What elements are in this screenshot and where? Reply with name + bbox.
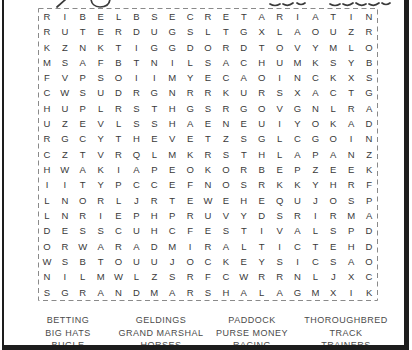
grid-cell[interactable]: G <box>289 101 307 116</box>
grid-cell[interactable]: K <box>181 147 199 162</box>
grid-cell[interactable]: I <box>181 239 199 254</box>
grid-cell[interactable]: K <box>289 177 307 192</box>
grid-cell[interactable]: H <box>145 208 163 223</box>
grid-cell[interactable]: I <box>306 208 324 223</box>
grid-cell[interactable]: I <box>289 254 307 269</box>
grid-cell[interactable]: D <box>181 40 199 55</box>
grid-cell[interactable]: U <box>271 55 289 70</box>
grid-cell[interactable]: B <box>360 55 378 70</box>
grid-cell[interactable]: F <box>38 70 56 85</box>
grid-cell[interactable]: U <box>199 208 217 223</box>
grid-cell[interactable]: O <box>360 40 378 55</box>
grid-cell[interactable]: R <box>253 86 271 101</box>
grid-cell[interactable]: H <box>324 177 342 192</box>
grid-cell[interactable]: L <box>342 40 360 55</box>
grid-cell[interactable]: G <box>56 132 74 147</box>
grid-cell[interactable]: G <box>181 101 199 116</box>
grid-cell[interactable]: G <box>253 132 271 147</box>
grid-cell[interactable]: E <box>163 177 181 192</box>
grid-cell[interactable]: C <box>306 254 324 269</box>
grid-cell[interactable]: H <box>145 223 163 238</box>
grid-cell[interactable]: T <box>74 147 92 162</box>
grid-cell[interactable]: E <box>217 193 235 208</box>
grid-cell[interactable]: B <box>127 9 145 24</box>
grid-cell[interactable]: N <box>360 9 378 24</box>
grid-cell[interactable]: E <box>56 223 74 238</box>
grid-cell[interactable]: H <box>38 162 56 177</box>
grid-cell[interactable]: U <box>127 254 145 269</box>
grid-cell[interactable]: A <box>306 86 324 101</box>
grid-cell[interactable]: T <box>127 55 145 70</box>
grid-cell[interactable]: E <box>74 116 92 131</box>
grid-cell[interactable]: R <box>199 86 217 101</box>
grid-cell[interactable]: R <box>38 24 56 39</box>
grid-cell[interactable]: C <box>217 269 235 284</box>
grid-cell[interactable]: N <box>38 269 56 284</box>
grid-cell[interactable]: A <box>217 55 235 70</box>
grid-cell[interactable]: P <box>74 101 92 116</box>
grid-cell[interactable]: L <box>306 269 324 284</box>
grid-cell[interactable]: R <box>289 208 307 223</box>
grid-cell[interactable]: I <box>145 70 163 85</box>
grid-cell[interactable]: C <box>163 223 181 238</box>
grid-cell[interactable]: A <box>360 208 378 223</box>
grid-cell[interactable]: V <box>289 40 307 55</box>
grid-cell[interactable]: L <box>271 147 289 162</box>
grid-cell[interactable]: D <box>110 86 128 101</box>
grid-cell[interactable]: R <box>235 162 253 177</box>
grid-cell[interactable]: R <box>342 101 360 116</box>
grid-cell[interactable]: C <box>306 70 324 85</box>
grid-cell[interactable]: H <box>253 55 271 70</box>
grid-cell[interactable]: L <box>110 9 128 24</box>
grid-cell[interactable]: G <box>163 24 181 39</box>
grid-cell[interactable]: Y <box>253 254 271 269</box>
grid-cell[interactable]: B <box>110 55 128 70</box>
grid-cell[interactable]: D <box>360 239 378 254</box>
grid-cell[interactable]: O <box>110 254 128 269</box>
grid-cell[interactable]: E <box>253 193 271 208</box>
grid-cell[interactable]: N <box>56 208 74 223</box>
grid-cell[interactable]: N <box>74 40 92 55</box>
grid-cell[interactable]: C <box>127 177 145 192</box>
grid-cell[interactable]: S <box>74 223 92 238</box>
grid-cell[interactable]: N <box>360 132 378 147</box>
grid-cell[interactable]: C <box>235 55 253 70</box>
grid-cell[interactable]: U <box>235 86 253 101</box>
grid-cell[interactable]: Z <box>56 40 74 55</box>
grid-cell[interactable]: C <box>181 9 199 24</box>
grid-cell[interactable]: K <box>360 285 378 300</box>
grid-cell[interactable]: O <box>271 40 289 55</box>
grid-cell[interactable]: D <box>235 40 253 55</box>
grid-cell[interactable]: I <box>289 9 307 24</box>
grid-cell[interactable]: U <box>56 24 74 39</box>
grid-cell[interactable]: D <box>38 223 56 238</box>
grid-cell[interactable]: L <box>271 24 289 39</box>
grid-cell[interactable]: I <box>342 285 360 300</box>
grid-cell[interactable]: C <box>38 147 56 162</box>
grid-cell[interactable]: T <box>235 9 253 24</box>
grid-cell[interactable]: Z <box>342 24 360 39</box>
grid-cell[interactable]: S <box>163 269 181 284</box>
grid-cell[interactable]: Y <box>235 208 253 223</box>
grid-cell[interactable]: D <box>360 223 378 238</box>
grid-cell[interactable]: A <box>289 24 307 39</box>
grid-cell[interactable]: M <box>342 208 360 223</box>
grid-cell[interactable]: S <box>56 55 74 70</box>
grid-cell[interactable]: R <box>74 208 92 223</box>
grid-cell[interactable]: W <box>235 269 253 284</box>
grid-cell[interactable]: A <box>289 223 307 238</box>
grid-cell[interactable]: E <box>342 162 360 177</box>
grid-cell[interactable]: T <box>253 239 271 254</box>
grid-cell[interactable]: W <box>110 269 128 284</box>
grid-cell[interactable]: P <box>289 162 307 177</box>
grid-cell[interactable]: H <box>163 116 181 131</box>
grid-cell[interactable]: R <box>199 147 217 162</box>
grid-cell[interactable]: X <box>324 285 342 300</box>
grid-cell[interactable]: G <box>306 132 324 147</box>
grid-cell[interactable]: L <box>253 285 271 300</box>
grid-cell[interactable]: E <box>163 162 181 177</box>
grid-cell[interactable]: T <box>92 254 110 269</box>
grid-cell[interactable]: E <box>92 24 110 39</box>
grid-cell[interactable]: R <box>342 177 360 192</box>
grid-cell[interactable]: B <box>253 162 271 177</box>
grid-cell[interactable]: A <box>342 116 360 131</box>
grid-cell[interactable]: K <box>92 162 110 177</box>
grid-cell[interactable]: B <box>74 254 92 269</box>
grid-cell[interactable]: O <box>110 70 128 85</box>
grid-cell[interactable]: C <box>289 239 307 254</box>
grid-cell[interactable]: A <box>92 239 110 254</box>
grid-cell[interactable]: O <box>217 177 235 192</box>
grid-cell[interactable]: V <box>56 70 74 85</box>
grid-cell[interactable]: R <box>110 147 128 162</box>
grid-cell[interactable]: C <box>360 269 378 284</box>
grid-cell[interactable]: D <box>127 285 145 300</box>
grid-cell[interactable]: L <box>235 239 253 254</box>
grid-cell[interactable]: Q <box>271 193 289 208</box>
grid-cell[interactable]: R <box>199 239 217 254</box>
grid-cell[interactable]: R <box>145 193 163 208</box>
grid-cell[interactable]: L <box>38 208 56 223</box>
grid-cell[interactable]: T <box>110 40 128 55</box>
grid-cell[interactable]: G <box>235 24 253 39</box>
grid-cell[interactable]: Y <box>306 177 324 192</box>
grid-cell[interactable]: S <box>235 132 253 147</box>
grid-cell[interactable]: N <box>289 269 307 284</box>
grid-cell[interactable]: R <box>360 24 378 39</box>
grid-cell[interactable]: R <box>324 208 342 223</box>
grid-cell[interactable]: A <box>163 285 181 300</box>
grid-cell[interactable]: M <box>38 55 56 70</box>
grid-cell[interactable]: I <box>253 223 271 238</box>
grid-cell[interactable]: Y <box>306 40 324 55</box>
grid-cell[interactable]: O <box>38 239 56 254</box>
grid-cell[interactable]: R <box>181 86 199 101</box>
grid-cell[interactable]: I <box>342 9 360 24</box>
grid-cell[interactable]: D <box>145 239 163 254</box>
grid-cell[interactable]: S <box>127 116 145 131</box>
grid-cell[interactable]: A <box>217 239 235 254</box>
grid-cell[interactable]: R <box>181 285 199 300</box>
grid-cell[interactable]: W <box>38 254 56 269</box>
grid-cell[interactable]: R <box>217 101 235 116</box>
grid-cell[interactable]: A <box>324 147 342 162</box>
grid-cell[interactable]: T <box>74 24 92 39</box>
grid-cell[interactable]: O <box>360 254 378 269</box>
grid-cell[interactable]: I <box>271 70 289 85</box>
grid-cell[interactable]: I <box>38 177 56 192</box>
grid-cell[interactable]: A <box>181 116 199 131</box>
grid-cell[interactable]: M <box>163 239 181 254</box>
grid-cell[interactable]: N <box>199 177 217 192</box>
grid-cell[interactable]: C <box>199 254 217 269</box>
grid-cell[interactable]: A <box>306 9 324 24</box>
grid-cell[interactable]: A <box>342 254 360 269</box>
grid-cell[interactable]: Y <box>342 55 360 70</box>
grid-cell[interactable]: I <box>92 208 110 223</box>
grid-cell[interactable]: F <box>199 269 217 284</box>
grid-cell[interactable]: C <box>145 177 163 192</box>
grid-cell[interactable]: T <box>199 132 217 147</box>
grid-cell[interactable]: I <box>56 9 74 24</box>
grid-cell[interactable]: E <box>199 223 217 238</box>
grid-cell[interactable]: E <box>92 9 110 24</box>
grid-cell[interactable]: E <box>199 70 217 85</box>
grid-cell[interactable]: H <box>235 193 253 208</box>
grid-cell[interactable]: H <box>163 101 181 116</box>
grid-cell[interactable]: L <box>127 269 145 284</box>
grid-cell[interactable]: D <box>127 24 145 39</box>
grid-cell[interactable]: R <box>181 269 199 284</box>
grid-cell[interactable]: I <box>127 40 145 55</box>
grid-cell[interactable]: A <box>74 162 92 177</box>
grid-cell[interactable]: S <box>145 9 163 24</box>
grid-cell[interactable]: F <box>360 177 378 192</box>
grid-cell[interactable]: G <box>235 101 253 116</box>
grid-cell[interactable]: L <box>324 101 342 116</box>
grid-cell[interactable]: Q <box>127 147 145 162</box>
grid-cell[interactable]: A <box>74 55 92 70</box>
grid-cell[interactable]: F <box>181 177 199 192</box>
grid-cell[interactable]: V <box>271 223 289 238</box>
grid-cell[interactable]: R <box>38 9 56 24</box>
grid-cell[interactable]: K <box>360 162 378 177</box>
grid-cell[interactable]: H <box>342 239 360 254</box>
grid-cell[interactable]: G <box>56 285 74 300</box>
grid-cell[interactable]: L <box>110 116 128 131</box>
grid-cell[interactable]: F <box>92 55 110 70</box>
grid-cell[interactable]: F <box>181 223 199 238</box>
grid-cell[interactable]: E <box>181 193 199 208</box>
grid-cell[interactable]: H <box>38 101 56 116</box>
grid-cell[interactable]: J <box>324 269 342 284</box>
grid-cell[interactable]: S <box>271 208 289 223</box>
grid-cell[interactable]: K <box>199 162 217 177</box>
grid-cell[interactable]: K <box>271 177 289 192</box>
grid-cell[interactable]: T <box>342 86 360 101</box>
grid-cell[interactable]: A <box>253 9 271 24</box>
grid-cell[interactable]: X <box>289 86 307 101</box>
grid-cell[interactable]: J <box>127 193 145 208</box>
grid-cell[interactable]: L <box>145 147 163 162</box>
grid-cell[interactable]: P <box>163 208 181 223</box>
grid-cell[interactable]: D <box>360 116 378 131</box>
grid-cell[interactable]: O <box>181 162 199 177</box>
grid-cell[interactable]: R <box>253 269 271 284</box>
grid-cell[interactable]: E <box>145 132 163 147</box>
grid-cell[interactable]: Z <box>306 162 324 177</box>
grid-cell[interactable]: I <box>271 239 289 254</box>
grid-cell[interactable]: O <box>253 70 271 85</box>
grid-cell[interactable]: T <box>235 147 253 162</box>
grid-cell[interactable]: E <box>110 208 128 223</box>
grid-cell[interactable]: Y <box>181 70 199 85</box>
grid-cell[interactable]: A <box>235 70 253 85</box>
grid-cell[interactable]: V <box>217 208 235 223</box>
grid-cell[interactable]: C <box>289 132 307 147</box>
grid-cell[interactable]: R <box>92 193 110 208</box>
grid-cell[interactable]: S <box>342 193 360 208</box>
grid-cell[interactable]: T <box>324 9 342 24</box>
grid-cell[interactable]: S <box>145 116 163 131</box>
grid-cell[interactable]: I <box>342 132 360 147</box>
grid-cell[interactable]: S <box>324 223 342 238</box>
grid-cell[interactable]: S <box>127 101 145 116</box>
grid-cell[interactable]: I <box>56 269 74 284</box>
grid-cell[interactable]: R <box>253 177 271 192</box>
grid-cell[interactable]: U <box>324 24 342 39</box>
grid-cell[interactable]: O <box>199 40 217 55</box>
grid-cell[interactable]: Y <box>92 177 110 192</box>
grid-cell[interactable]: X <box>342 269 360 284</box>
grid-cell[interactable]: M <box>289 55 307 70</box>
grid-cell[interactable]: P <box>306 147 324 162</box>
grid-cell[interactable]: Z <box>56 147 74 162</box>
grid-cell[interactable]: E <box>235 254 253 269</box>
grid-cell[interactable]: E <box>217 9 235 24</box>
grid-cell[interactable]: N <box>110 285 128 300</box>
grid-cell[interactable]: V <box>271 101 289 116</box>
grid-cell[interactable]: R <box>217 40 235 55</box>
grid-cell[interactable]: M <box>145 285 163 300</box>
grid-cell[interactable]: O <box>74 193 92 208</box>
grid-cell[interactable]: P <box>127 208 145 223</box>
grid-cell[interactable]: U <box>38 116 56 131</box>
grid-cell[interactable]: W <box>74 239 92 254</box>
grid-cell[interactable]: P <box>74 70 92 85</box>
grid-cell[interactable]: S <box>217 223 235 238</box>
grid-cell[interactable]: N <box>217 116 235 131</box>
grid-cell[interactable]: O <box>217 162 235 177</box>
grid-cell[interactable]: V <box>92 116 110 131</box>
grid-cell[interactable]: I <box>163 55 181 70</box>
grid-cell[interactable]: M <box>92 269 110 284</box>
grid-cell[interactable]: T <box>217 24 235 39</box>
grid-cell[interactable]: T <box>110 132 128 147</box>
grid-cell[interactable]: L <box>271 132 289 147</box>
grid-cell[interactable]: R <box>56 239 74 254</box>
grid-cell[interactable]: M <box>163 70 181 85</box>
grid-cell[interactable]: S <box>199 101 217 116</box>
grid-cell[interactable]: N <box>56 193 74 208</box>
grid-cell[interactable]: P <box>110 177 128 192</box>
grid-cell[interactable]: G <box>145 40 163 55</box>
grid-cell[interactable]: D <box>253 208 271 223</box>
grid-cell[interactable]: L <box>74 269 92 284</box>
grid-cell[interactable]: U <box>145 254 163 269</box>
grid-cell[interactable]: X <box>253 24 271 39</box>
grid-cell[interactable]: R <box>271 269 289 284</box>
grid-cell[interactable]: K <box>324 116 342 131</box>
grid-cell[interactable]: S <box>92 70 110 85</box>
grid-cell[interactable]: R <box>271 9 289 24</box>
grid-cell[interactable]: C <box>38 86 56 101</box>
grid-cell[interactable]: S <box>74 86 92 101</box>
grid-cell[interactable]: U <box>92 86 110 101</box>
grid-cell[interactable]: L <box>38 193 56 208</box>
grid-cell[interactable]: S <box>199 285 217 300</box>
grid-cell[interactable]: A <box>92 285 110 300</box>
grid-cell[interactable]: W <box>56 162 74 177</box>
grid-cell[interactable]: I <box>271 116 289 131</box>
grid-cell[interactable]: U <box>127 223 145 238</box>
grid-cell[interactable]: G <box>360 86 378 101</box>
grid-cell[interactable]: G <box>145 86 163 101</box>
grid-cell[interactable]: L <box>181 55 199 70</box>
grid-cell[interactable]: E <box>271 162 289 177</box>
grid-cell[interactable]: G <box>289 285 307 300</box>
grid-cell[interactable]: U <box>56 101 74 116</box>
grid-cell[interactable]: H <box>253 147 271 162</box>
grid-cell[interactable]: M <box>324 40 342 55</box>
grid-cell[interactable]: A <box>127 239 145 254</box>
grid-cell[interactable]: A <box>360 101 378 116</box>
grid-cell[interactable]: Y <box>92 132 110 147</box>
grid-cell[interactable]: E <box>324 239 342 254</box>
grid-cell[interactable]: O <box>253 101 271 116</box>
grid-cell[interactable]: L <box>199 24 217 39</box>
grid-cell[interactable]: B <box>74 9 92 24</box>
grid-cell[interactable]: S <box>271 254 289 269</box>
grid-cell[interactable]: C <box>324 86 342 101</box>
grid-cell[interactable]: Z <box>145 269 163 284</box>
grid-cell[interactable]: Y <box>289 116 307 131</box>
grid-cell[interactable]: U <box>253 116 271 131</box>
grid-cell[interactable]: A <box>235 285 253 300</box>
grid-cell[interactable]: I <box>110 162 128 177</box>
grid-cell[interactable]: E <box>324 162 342 177</box>
grid-cell[interactable]: U <box>289 193 307 208</box>
grid-cell[interactable]: Z <box>360 147 378 162</box>
grid-cell[interactable]: N <box>342 147 360 162</box>
grid-cell[interactable]: H <box>217 285 235 300</box>
grid-cell[interactable]: O <box>306 116 324 131</box>
grid-cell[interactable]: N <box>306 101 324 116</box>
grid-cell[interactable]: T <box>306 239 324 254</box>
grid-cell[interactable]: H <box>127 132 145 147</box>
grid-cell[interactable]: V <box>163 132 181 147</box>
grid-cell[interactable]: Z <box>217 132 235 147</box>
grid-cell[interactable]: V <box>92 147 110 162</box>
grid-cell[interactable]: R <box>38 132 56 147</box>
grid-cell[interactable]: C <box>74 132 92 147</box>
grid-cell[interactable]: S <box>181 24 199 39</box>
grid-cell[interactable]: O <box>324 193 342 208</box>
